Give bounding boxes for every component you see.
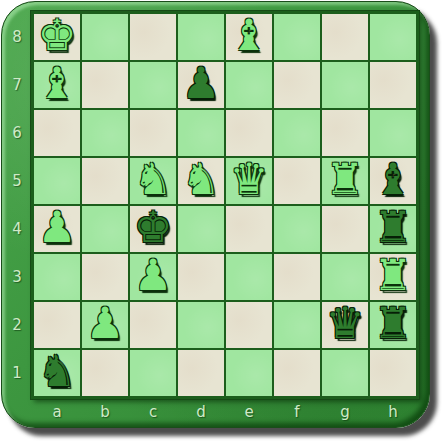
square-e1[interactable] <box>225 349 273 397</box>
chess-board: ♚♝♝♟♞♞♛♜♝♟♚♜♟♜♟♛♜♞ <box>31 11 419 399</box>
square-h5[interactable]: ♝ <box>369 157 417 205</box>
square-h3[interactable]: ♜ <box>369 253 417 301</box>
square-g2[interactable]: ♛ <box>321 301 369 349</box>
square-d5[interactable]: ♞ <box>177 157 225 205</box>
square-c7[interactable] <box>129 61 177 109</box>
piece-white-bishop[interactable]: ♝ <box>230 11 269 59</box>
piece-white-pawn[interactable]: ♟ <box>38 203 77 251</box>
piece-black-rook[interactable]: ♜ <box>374 203 413 251</box>
square-e2[interactable] <box>225 301 273 349</box>
piece-white-rook[interactable]: ♜ <box>326 155 365 203</box>
piece-white-pawn[interactable]: ♟ <box>134 251 173 299</box>
square-f3[interactable] <box>273 253 321 301</box>
square-c6[interactable] <box>129 109 177 157</box>
square-h2[interactable]: ♜ <box>369 301 417 349</box>
square-h6[interactable] <box>369 109 417 157</box>
piece-white-knight[interactable]: ♞ <box>134 155 173 203</box>
square-a3[interactable] <box>33 253 81 301</box>
square-a8[interactable]: ♚ <box>33 13 81 61</box>
square-f4[interactable] <box>273 205 321 253</box>
file-label-a: a <box>33 403 81 421</box>
rank-label-5: 5 <box>7 172 27 190</box>
piece-white-queen[interactable]: ♛ <box>230 155 269 203</box>
square-c2[interactable] <box>129 301 177 349</box>
square-b1[interactable] <box>81 349 129 397</box>
square-e5[interactable]: ♛ <box>225 157 273 205</box>
rank-label-3: 3 <box>7 268 27 286</box>
square-e7[interactable] <box>225 61 273 109</box>
piece-white-pawn[interactable]: ♟ <box>86 299 125 347</box>
square-e6[interactable] <box>225 109 273 157</box>
square-d8[interactable] <box>177 13 225 61</box>
piece-black-pawn[interactable]: ♟ <box>182 59 221 107</box>
square-d3[interactable] <box>177 253 225 301</box>
piece-white-knight[interactable]: ♞ <box>182 155 221 203</box>
square-f1[interactable] <box>273 349 321 397</box>
square-h1[interactable] <box>369 349 417 397</box>
square-d1[interactable] <box>177 349 225 397</box>
square-b2[interactable]: ♟ <box>81 301 129 349</box>
square-e8[interactable]: ♝ <box>225 13 273 61</box>
piece-white-king[interactable]: ♚ <box>38 11 77 59</box>
square-g1[interactable] <box>321 349 369 397</box>
piece-white-bishop[interactable]: ♝ <box>38 59 77 107</box>
square-b7[interactable] <box>81 61 129 109</box>
square-d4[interactable] <box>177 205 225 253</box>
square-a4[interactable]: ♟ <box>33 205 81 253</box>
square-a7[interactable]: ♝ <box>33 61 81 109</box>
square-g7[interactable] <box>321 61 369 109</box>
file-label-h: h <box>369 403 417 421</box>
file-label-c: c <box>129 403 177 421</box>
rank-label-2: 2 <box>7 316 27 334</box>
square-c8[interactable] <box>129 13 177 61</box>
file-label-d: d <box>177 403 225 421</box>
square-e4[interactable] <box>225 205 273 253</box>
square-g8[interactable] <box>321 13 369 61</box>
square-e3[interactable] <box>225 253 273 301</box>
file-label-b: b <box>81 403 129 421</box>
square-g5[interactable]: ♜ <box>321 157 369 205</box>
rank-label-1: 1 <box>7 364 27 382</box>
square-c4[interactable]: ♚ <box>129 205 177 253</box>
square-h7[interactable] <box>369 61 417 109</box>
piece-black-queen[interactable]: ♛ <box>326 299 365 347</box>
square-b8[interactable] <box>81 13 129 61</box>
file-label-g: g <box>321 403 369 421</box>
square-b3[interactable] <box>81 253 129 301</box>
square-a5[interactable] <box>33 157 81 205</box>
square-b5[interactable] <box>81 157 129 205</box>
chess-app: ♚♝♝♟♞♞♛♜♝♟♚♜♟♜♟♛♜♞ 87654321abcdefgh <box>0 0 444 442</box>
square-h8[interactable] <box>369 13 417 61</box>
rank-label-4: 4 <box>7 220 27 238</box>
square-a6[interactable] <box>33 109 81 157</box>
square-f6[interactable] <box>273 109 321 157</box>
file-label-e: e <box>225 403 273 421</box>
file-label-f: f <box>273 403 321 421</box>
piece-black-king[interactable]: ♚ <box>134 203 173 251</box>
square-d7[interactable]: ♟ <box>177 61 225 109</box>
square-b4[interactable] <box>81 205 129 253</box>
square-g6[interactable] <box>321 109 369 157</box>
square-c3[interactable]: ♟ <box>129 253 177 301</box>
square-g3[interactable] <box>321 253 369 301</box>
square-a1[interactable]: ♞ <box>33 349 81 397</box>
piece-white-rook[interactable]: ♜ <box>374 251 413 299</box>
square-g4[interactable] <box>321 205 369 253</box>
square-c5[interactable]: ♞ <box>129 157 177 205</box>
rank-label-6: 6 <box>7 124 27 142</box>
rank-label-8: 8 <box>7 28 27 46</box>
square-f7[interactable] <box>273 61 321 109</box>
square-a2[interactable] <box>33 301 81 349</box>
square-d2[interactable] <box>177 301 225 349</box>
rank-label-7: 7 <box>7 76 27 94</box>
square-h4[interactable]: ♜ <box>369 205 417 253</box>
piece-black-rook[interactable]: ♜ <box>374 299 413 347</box>
square-f2[interactable] <box>273 301 321 349</box>
square-b6[interactable] <box>81 109 129 157</box>
piece-black-bishop[interactable]: ♝ <box>374 155 413 203</box>
piece-black-knight[interactable]: ♞ <box>38 347 77 395</box>
square-d6[interactable] <box>177 109 225 157</box>
square-f8[interactable] <box>273 13 321 61</box>
square-f5[interactable] <box>273 157 321 205</box>
square-c1[interactable] <box>129 349 177 397</box>
